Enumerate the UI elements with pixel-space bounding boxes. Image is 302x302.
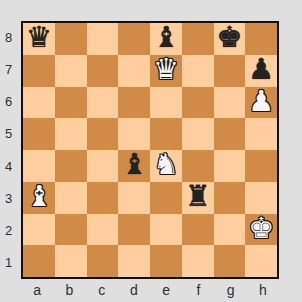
square-b3[interactable] (55, 182, 87, 214)
square-f8[interactable] (182, 23, 214, 55)
square-g6[interactable] (214, 87, 246, 119)
piece-white-knight-e4[interactable]: ♞ (153, 149, 179, 180)
square-d7[interactable] (118, 55, 150, 87)
rank-label-7: 7 (0, 53, 21, 85)
square-d8[interactable] (118, 23, 150, 55)
rank-labels: 87654321 (0, 21, 21, 279)
square-h8[interactable] (245, 23, 277, 55)
file-labels: abcdefgh (21, 279, 279, 301)
square-h4[interactable] (245, 150, 277, 182)
square-f6[interactable] (182, 87, 214, 119)
square-a7[interactable] (23, 55, 55, 87)
square-f3[interactable]: ♜ (182, 182, 214, 214)
square-b7[interactable] (55, 55, 87, 87)
square-b5[interactable] (55, 118, 87, 150)
square-a3[interactable]: ♝ (23, 182, 55, 214)
square-e5[interactable] (150, 118, 182, 150)
square-h1[interactable] (245, 245, 277, 277)
file-label-a: a (21, 279, 53, 301)
piece-white-bishop-a3[interactable]: ♝ (26, 181, 52, 212)
file-label-f: f (182, 279, 214, 301)
file-label-h: h (247, 279, 279, 301)
file-label-d: d (118, 279, 150, 301)
square-a8[interactable]: ♛ (23, 23, 55, 55)
square-e2[interactable] (150, 214, 182, 246)
file-label-b: b (53, 279, 85, 301)
square-e6[interactable] (150, 87, 182, 119)
square-c4[interactable] (87, 150, 119, 182)
rank-label-1: 1 (0, 247, 21, 279)
square-a2[interactable] (23, 214, 55, 246)
square-a6[interactable] (23, 87, 55, 119)
piece-white-queen-e7[interactable]: ♛ (153, 54, 179, 85)
square-g3[interactable] (214, 182, 246, 214)
square-d5[interactable] (118, 118, 150, 150)
square-f4[interactable] (182, 150, 214, 182)
square-c7[interactable] (87, 55, 119, 87)
square-d1[interactable] (118, 245, 150, 277)
square-a4[interactable] (23, 150, 55, 182)
square-f2[interactable] (182, 214, 214, 246)
chess-board-window: 87654321 ♛♝♚♛♟♟♝♞♝♜♚ abcdefgh (0, 0, 302, 302)
square-b8[interactable] (55, 23, 87, 55)
square-d3[interactable] (118, 182, 150, 214)
square-g2[interactable] (214, 214, 246, 246)
square-b6[interactable] (55, 87, 87, 119)
square-g4[interactable] (214, 150, 246, 182)
square-e1[interactable] (150, 245, 182, 277)
square-c5[interactable] (87, 118, 119, 150)
rank-label-3: 3 (0, 182, 21, 214)
rank-label-6: 6 (0, 86, 21, 118)
square-c6[interactable] (87, 87, 119, 119)
rank-label-4: 4 (0, 150, 21, 182)
piece-white-king-h2[interactable]: ♚ (248, 213, 274, 244)
square-h6[interactable]: ♟ (245, 87, 277, 119)
file-label-c: c (86, 279, 118, 301)
square-f5[interactable] (182, 118, 214, 150)
piece-black-pawn-h7[interactable]: ♟ (248, 54, 274, 85)
square-e4[interactable]: ♞ (150, 150, 182, 182)
square-e7[interactable]: ♛ (150, 55, 182, 87)
piece-black-rook-f3[interactable]: ♜ (185, 181, 211, 212)
square-h2[interactable]: ♚ (245, 214, 277, 246)
square-f7[interactable] (182, 55, 214, 87)
piece-white-pawn-h6[interactable]: ♟ (248, 86, 274, 117)
piece-black-king-g8[interactable]: ♚ (216, 22, 242, 53)
chess-board[interactable]: ♛♝♚♛♟♟♝♞♝♜♚ (21, 21, 279, 279)
square-d6[interactable] (118, 87, 150, 119)
square-h5[interactable] (245, 118, 277, 150)
square-c3[interactable] (87, 182, 119, 214)
square-a1[interactable] (23, 245, 55, 277)
square-e8[interactable]: ♝ (150, 23, 182, 55)
square-d2[interactable] (118, 214, 150, 246)
square-b4[interactable] (55, 150, 87, 182)
file-label-e: e (150, 279, 182, 301)
square-h3[interactable] (245, 182, 277, 214)
square-b1[interactable] (55, 245, 87, 277)
piece-black-bishop-e8[interactable]: ♝ (153, 22, 179, 53)
square-g8[interactable]: ♚ (214, 23, 246, 55)
square-d4[interactable]: ♝ (118, 150, 150, 182)
square-a5[interactable] (23, 118, 55, 150)
square-c8[interactable] (87, 23, 119, 55)
rank-label-8: 8 (0, 21, 21, 53)
square-e3[interactable] (150, 182, 182, 214)
square-g7[interactable] (214, 55, 246, 87)
rank-label-2: 2 (0, 215, 21, 247)
square-b2[interactable] (55, 214, 87, 246)
rank-label-5: 5 (0, 118, 21, 150)
file-label-g: g (215, 279, 247, 301)
square-g1[interactable] (214, 245, 246, 277)
piece-black-queen-a8[interactable]: ♛ (26, 22, 52, 53)
square-c1[interactable] (87, 245, 119, 277)
square-f1[interactable] (182, 245, 214, 277)
square-h7[interactable]: ♟ (245, 55, 277, 87)
square-c2[interactable] (87, 214, 119, 246)
square-g5[interactable] (214, 118, 246, 150)
piece-black-bishop-d4[interactable]: ♝ (121, 149, 147, 180)
